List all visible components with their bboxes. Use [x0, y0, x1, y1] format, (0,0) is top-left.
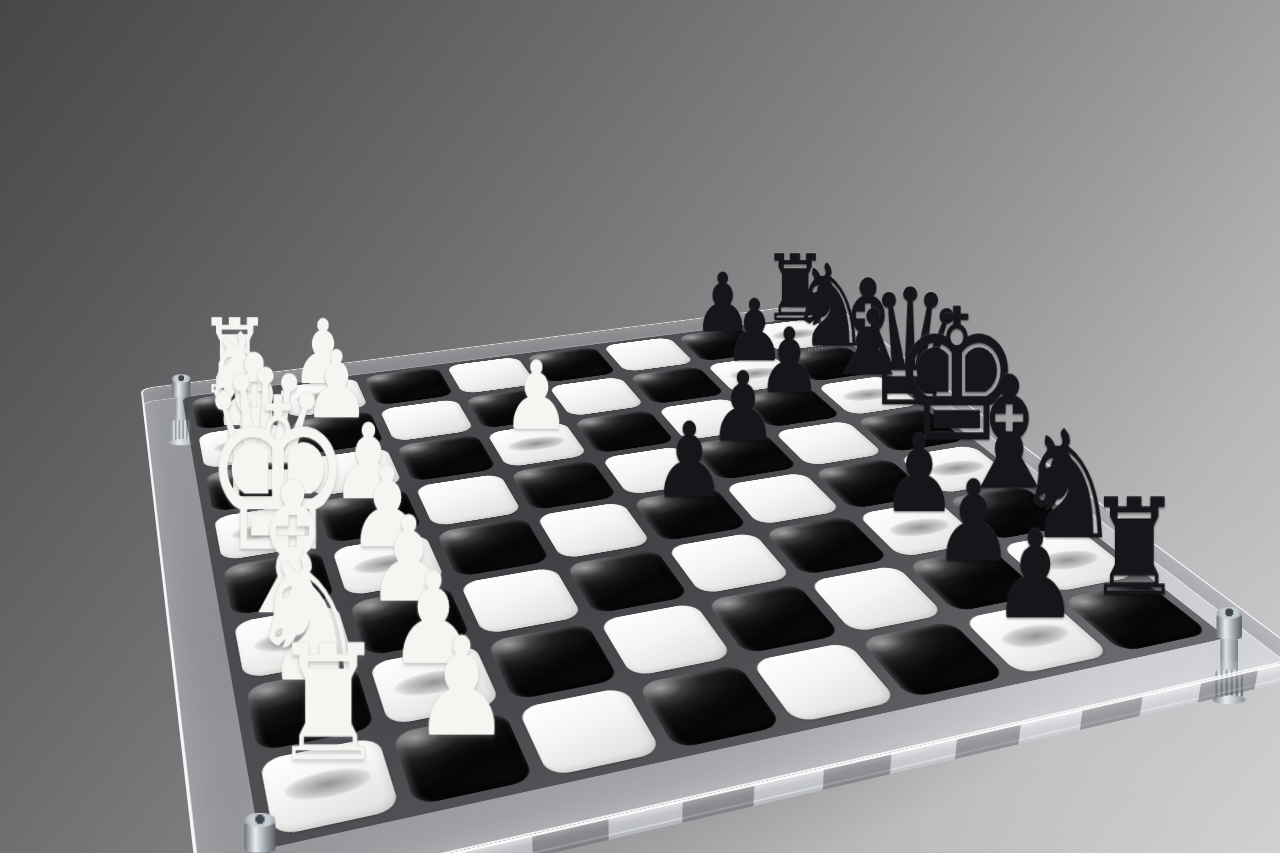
- studio-background: ♜♟♟♜♞♟♟♞♝♟♟♝♛♟♟♛♚♟♟♚♝♟♟♝♞♟♟♞♜♟♟♜: [0, 0, 1280, 853]
- pawn-glyph: ♟: [413, 619, 511, 756]
- tile-g5: [706, 583, 842, 654]
- screw-cap: [172, 374, 191, 382]
- screw-cap: [1216, 607, 1242, 618]
- pawn-glyph: ♟: [992, 515, 1079, 636]
- chess-board: ♜♟♟♜♞♟♟♞♝♟♟♝♛♟♟♛♚♟♟♚♝♟♟♝♞♟♟♞♜♟♟♜: [141, 301, 1280, 853]
- pawn-glyph: ♟: [652, 409, 727, 514]
- pawn-glyph: ♟: [502, 349, 570, 444]
- screw-cap: [244, 813, 275, 827]
- rook-glyph: ♜: [1086, 481, 1182, 615]
- rook-glyph: ♜: [271, 624, 386, 784]
- scene-stage: ♜♟♟♜♞♟♟♞♝♟♟♝♛♟♟♛♚♟♟♚♝♟♟♝♞♟♟♞♜♟♟♜: [0, 0, 1280, 853]
